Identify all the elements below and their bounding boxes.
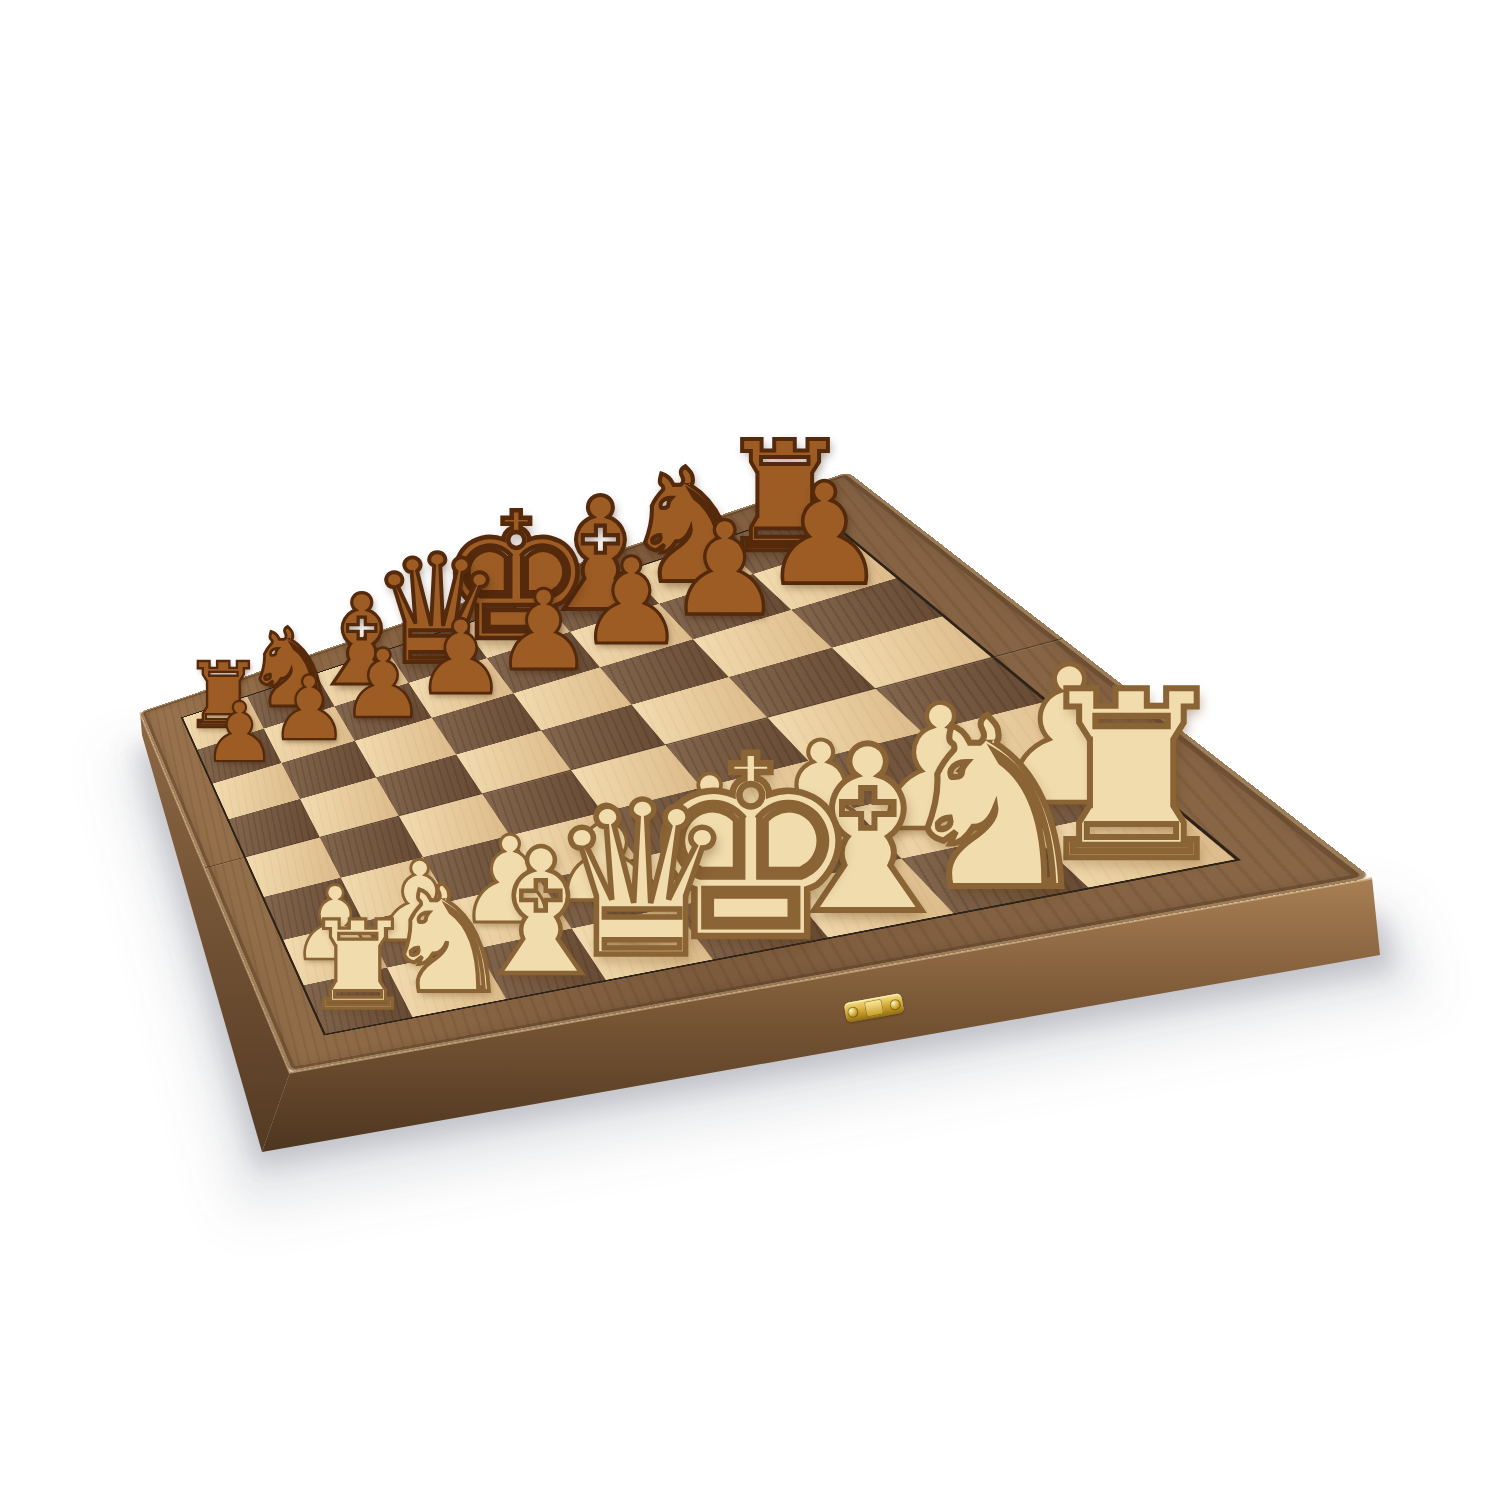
latch-screw-icon	[847, 1006, 860, 1019]
scene: ♜♞♝♛♚♝♞♜♟♟♟♟♟♟♟♟♟♟♟♟♟♟♟♟♜♞♝♛♚♝♞♜	[0, 0, 1500, 1500]
latch-plate	[864, 999, 885, 1018]
latch-screw-icon	[889, 998, 902, 1011]
